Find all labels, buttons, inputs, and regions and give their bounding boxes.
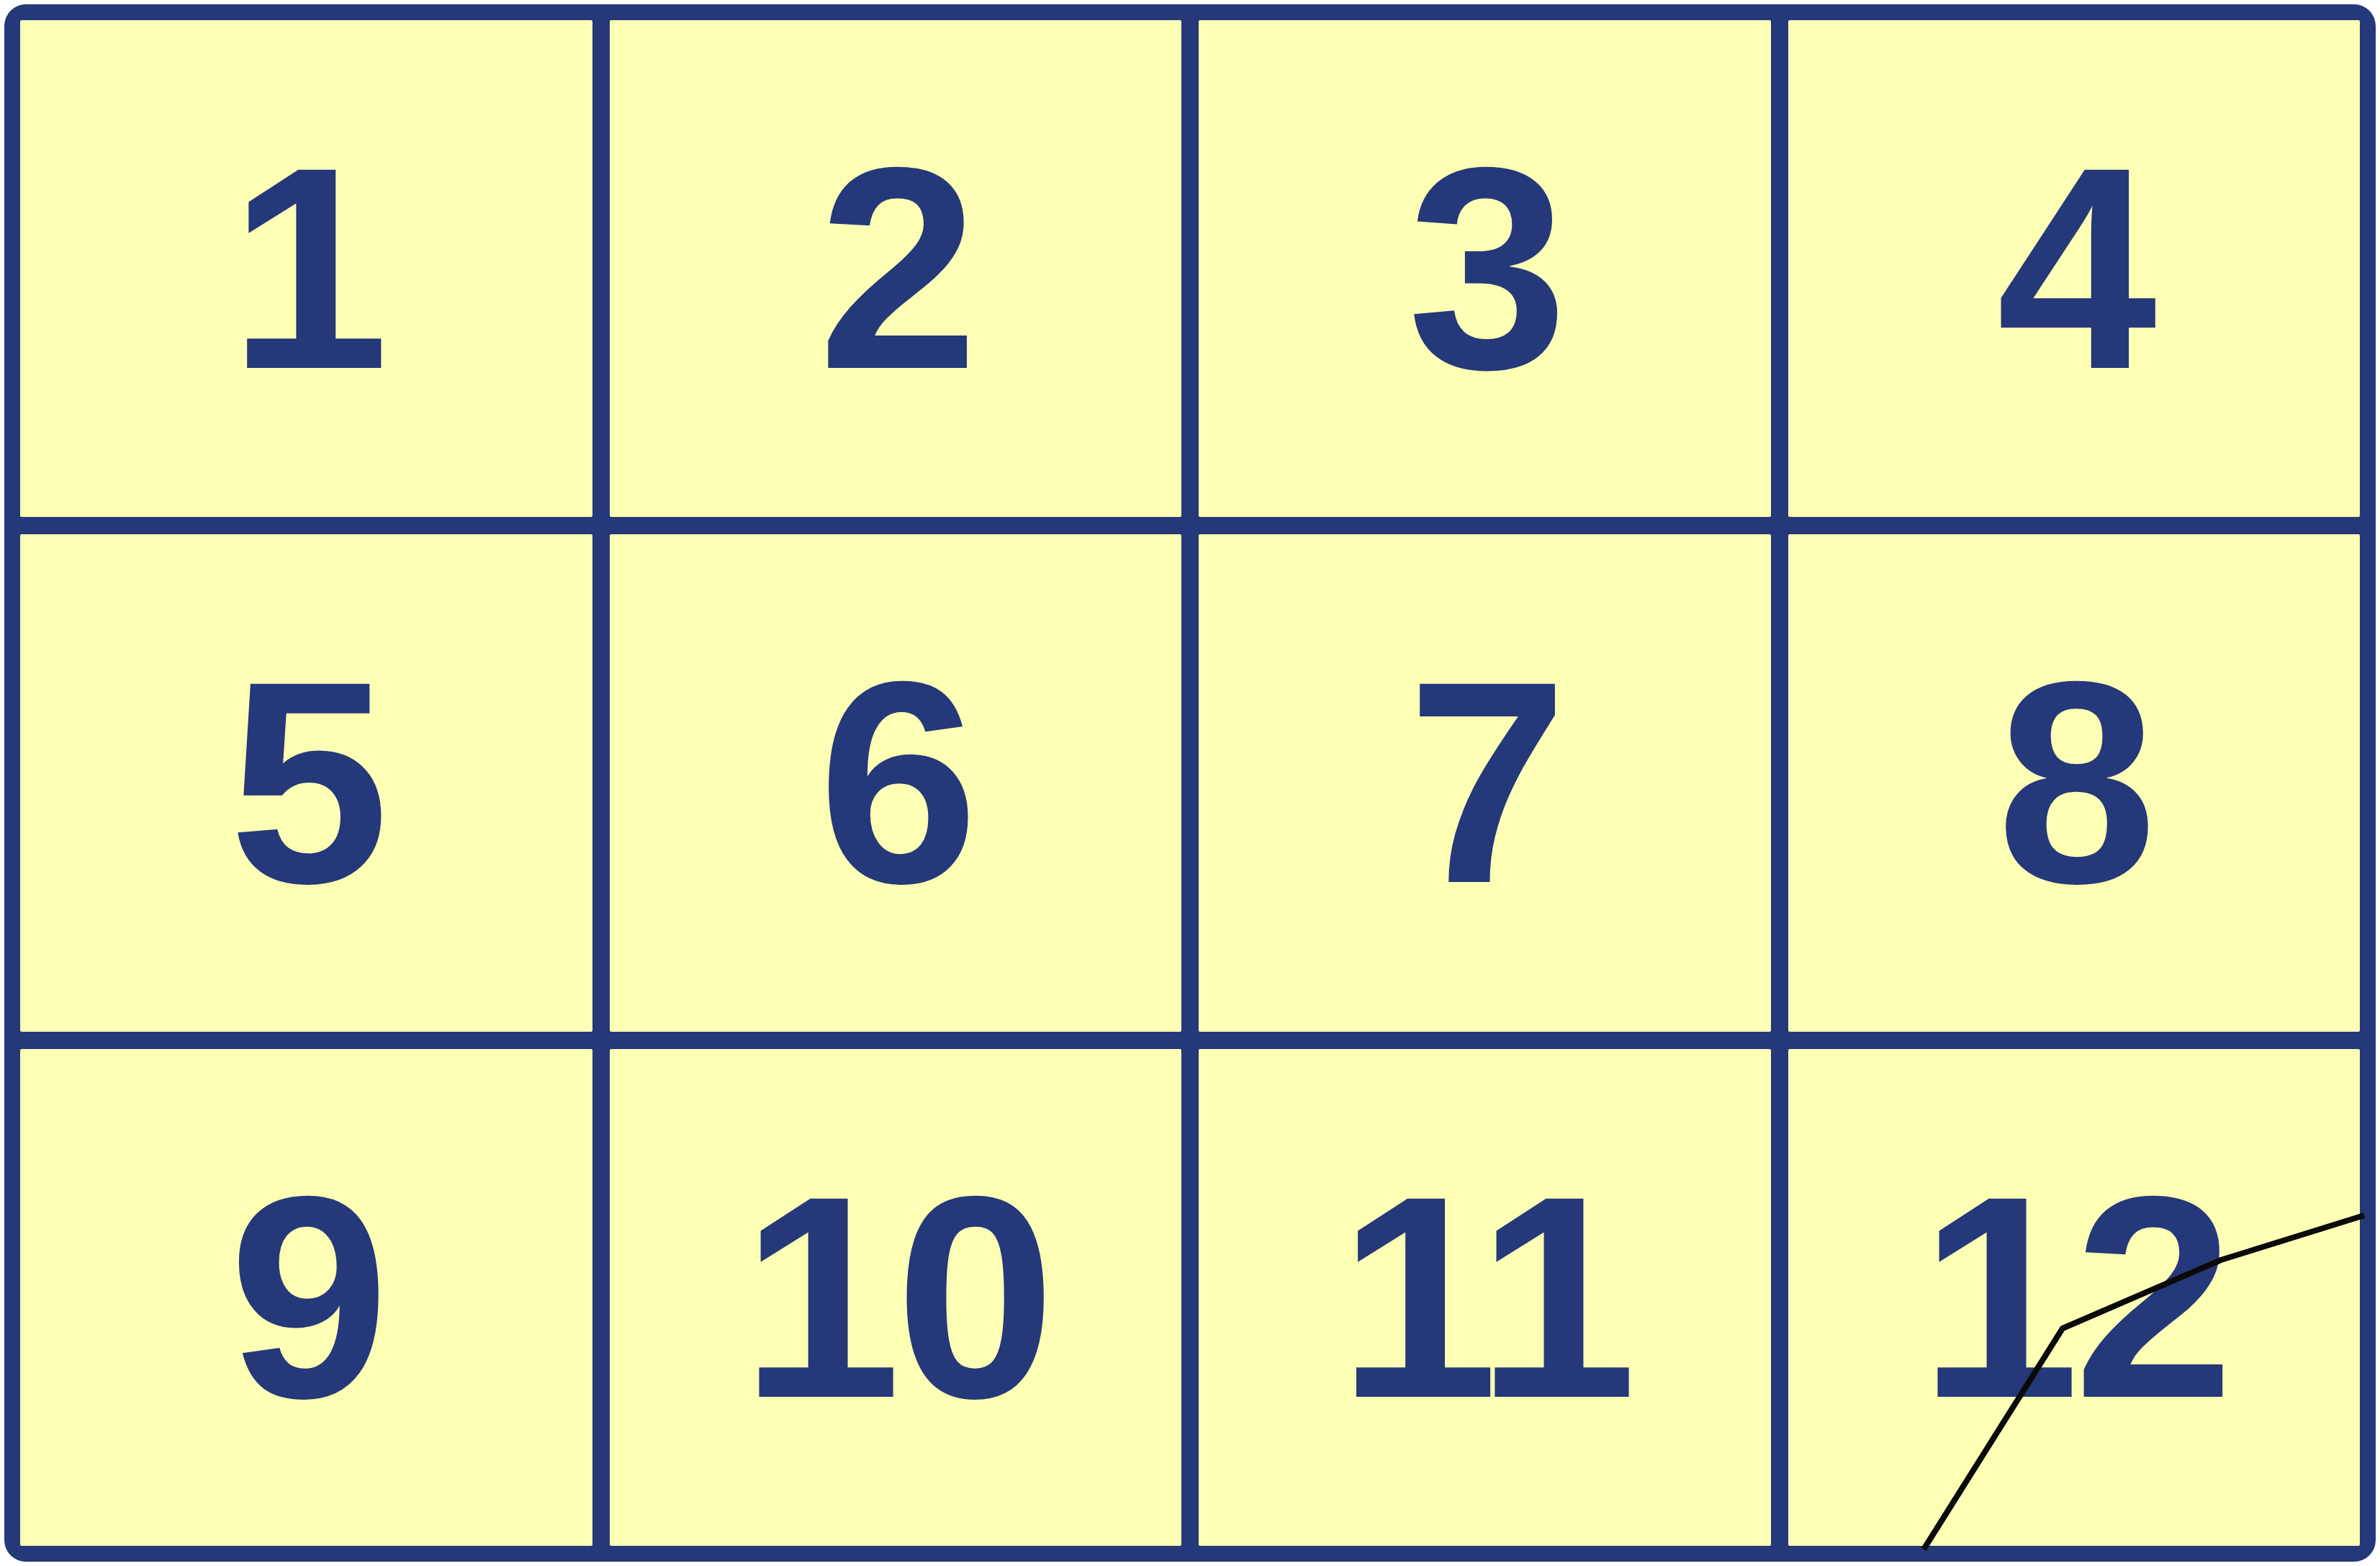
cell-12-number: 12	[1919, 1153, 2228, 1441]
cell-1[interactable]: 1	[20, 20, 592, 517]
cell-6[interactable]: 6	[610, 534, 1182, 1031]
cell-2[interactable]: 2	[610, 20, 1182, 517]
cell-10-number: 10	[741, 1153, 1050, 1441]
card-board: 1 2 3 4 5 6 7 8 9 10 11 12	[4, 4, 2376, 1562]
cell-7-number: 7	[1407, 639, 1561, 927]
cell-9-number: 9	[229, 1153, 383, 1441]
cell-3[interactable]: 3	[1199, 20, 1771, 517]
cell-7[interactable]: 7	[1199, 534, 1771, 1031]
cell-4-number: 4	[1997, 125, 2151, 413]
cell-8-number: 8	[1997, 639, 2151, 927]
cell-5-number: 5	[229, 639, 383, 927]
cell-10[interactable]: 10	[610, 1049, 1182, 1546]
cell-4[interactable]: 4	[1788, 20, 2361, 517]
cell-12[interactable]: 12	[1788, 1049, 2361, 1546]
cell-6-number: 6	[819, 639, 973, 927]
cell-11[interactable]: 11	[1199, 1049, 1771, 1546]
cell-1-number: 1	[229, 125, 383, 413]
cell-3-number: 3	[1407, 125, 1561, 413]
cell-5[interactable]: 5	[20, 534, 592, 1031]
cell-8[interactable]: 8	[1788, 534, 2361, 1031]
number-grid: 1 2 3 4 5 6 7 8 9 10 11 12	[20, 20, 2360, 1546]
cell-2-number: 2	[819, 125, 973, 413]
cell-11-number: 11	[1338, 1153, 1631, 1441]
cell-9[interactable]: 9	[20, 1049, 592, 1546]
